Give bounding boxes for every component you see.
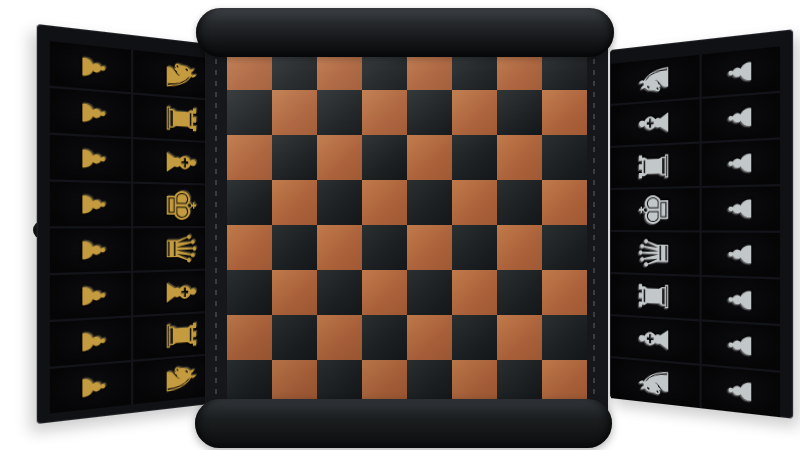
square-h3[interactable] [542, 270, 587, 315]
square-g5[interactable] [497, 180, 542, 225]
square-h5[interactable] [542, 180, 587, 225]
square-g6[interactable] [497, 135, 542, 180]
piece-slot: ♟ [700, 186, 780, 230]
top-rolled-edge [196, 8, 614, 57]
silver-pawn[interactable]: ♟ [725, 241, 756, 269]
square-a6[interactable] [227, 135, 272, 180]
square-f4[interactable] [452, 225, 497, 270]
square-e6[interactable] [407, 135, 452, 180]
silver-bishop[interactable]: ♝ [634, 320, 674, 360]
tray-row: ♛♟ [611, 232, 780, 280]
square-f2[interactable] [452, 315, 497, 360]
silver-pawn[interactable]: ♟ [725, 286, 756, 315]
chess-set-photo: ♟♞♟♜♟♝♟♚♟♛♟♝♟♜♟♞ ♞♟♝♟♜♟♚♟♛♟♜♟♝♟♞♟ [0, 0, 800, 450]
square-d6[interactable] [362, 135, 407, 180]
gold-pawn[interactable]: ♟ [76, 236, 108, 264]
piece-slot: ♟ [50, 88, 131, 137]
gold-bishop[interactable]: ♝ [161, 143, 201, 182]
square-e4[interactable] [407, 225, 452, 270]
piece-slot: ♚ [611, 188, 700, 230]
square-d2[interactable] [362, 315, 407, 360]
square-a7[interactable] [227, 90, 272, 135]
piece-slot: ♟ [50, 135, 131, 182]
square-e2[interactable] [407, 315, 452, 360]
square-g2[interactable] [497, 315, 542, 360]
piece-slot: ♝ [611, 316, 700, 364]
silver-pawn[interactable]: ♟ [725, 103, 756, 132]
silver-pawn[interactable]: ♟ [725, 57, 756, 87]
piece-slot: ♟ [700, 277, 780, 324]
left-tray-velvet: ♟♞♟♜♟♝♟♚♟♛♟♝♟♜♟♞ [50, 41, 226, 407]
square-h4[interactable] [542, 225, 587, 270]
square-d7[interactable] [362, 90, 407, 135]
square-f6[interactable] [452, 135, 497, 180]
square-g3[interactable] [497, 270, 542, 315]
gold-rook[interactable]: ♜ [161, 316, 201, 356]
square-h6[interactable] [542, 135, 587, 180]
tray-row: ♟♚ [50, 182, 226, 229]
square-c6[interactable] [317, 135, 362, 180]
piece-slot: ♜ [611, 144, 700, 188]
piece-slot: ♟ [700, 232, 780, 277]
square-c3[interactable] [317, 270, 362, 315]
gold-pawn[interactable]: ♟ [76, 52, 108, 82]
chess-board [227, 45, 587, 405]
square-a3[interactable] [227, 270, 272, 315]
piece-slot: ♛ [611, 232, 700, 275]
gold-knight[interactable]: ♞ [161, 358, 201, 399]
piece-slot: ♟ [700, 140, 780, 186]
square-b6[interactable] [272, 135, 317, 180]
square-b4[interactable] [272, 225, 317, 270]
square-b2[interactable] [272, 315, 317, 360]
silver-queen[interactable]: ♛ [634, 234, 674, 272]
piece-slot: ♞ [611, 55, 700, 104]
gold-knight[interactable]: ♞ [161, 55, 201, 96]
square-f5[interactable] [452, 180, 497, 225]
gold-rook[interactable]: ♜ [161, 99, 201, 139]
gold-queen[interactable]: ♛ [161, 230, 201, 268]
square-e7[interactable] [407, 90, 452, 135]
tray-row: ♜♟ [611, 140, 780, 190]
gold-king[interactable]: ♚ [161, 187, 201, 224]
square-e5[interactable] [407, 180, 452, 225]
silver-pawn[interactable]: ♟ [725, 149, 756, 177]
piece-slot: ♟ [700, 321, 780, 370]
square-b3[interactable] [272, 270, 317, 315]
square-g4[interactable] [497, 225, 542, 270]
piece-slot: ♟ [50, 41, 131, 92]
silver-knight[interactable]: ♞ [634, 59, 674, 100]
gold-pawn[interactable]: ♟ [76, 98, 108, 127]
square-c5[interactable] [317, 180, 362, 225]
gold-pawn[interactable]: ♟ [76, 282, 108, 311]
square-h7[interactable] [542, 90, 587, 135]
right-piece-tray: ♞♟♝♟♜♟♚♟♛♟♜♟♝♟♞♟ [610, 29, 793, 418]
square-a2[interactable] [227, 315, 272, 360]
gold-pawn[interactable]: ♟ [76, 144, 108, 173]
silver-knight[interactable]: ♞ [634, 362, 674, 403]
silver-pawn[interactable]: ♟ [725, 331, 756, 361]
silver-rook[interactable]: ♜ [634, 147, 674, 185]
silver-rook[interactable]: ♜ [634, 277, 674, 316]
square-h2[interactable] [542, 315, 587, 360]
silver-bishop[interactable]: ♝ [634, 103, 674, 142]
square-f7[interactable] [452, 90, 497, 135]
piece-slot: ♝ [611, 99, 700, 146]
gold-bishop[interactable]: ♝ [161, 273, 201, 312]
piece-slot: ♜ [611, 274, 700, 319]
square-g7[interactable] [497, 90, 542, 135]
piece-slot: ♞ [611, 358, 700, 408]
gold-pawn[interactable]: ♟ [76, 372, 108, 402]
square-d5[interactable] [362, 180, 407, 225]
bottom-rolled-edge [195, 399, 612, 448]
piece-slot: ♟ [50, 182, 131, 227]
square-c7[interactable] [317, 90, 362, 135]
gold-pawn[interactable]: ♟ [76, 190, 108, 218]
silver-king[interactable]: ♚ [634, 191, 674, 228]
square-c2[interactable] [317, 315, 362, 360]
tray-row: ♟♛ [50, 228, 226, 275]
silver-pawn[interactable]: ♟ [725, 195, 756, 223]
gold-pawn[interactable]: ♟ [76, 327, 108, 357]
piece-slot: ♟ [700, 46, 780, 97]
piece-slot: ♟ [50, 362, 131, 413]
right-frame-stitching [593, 48, 595, 402]
right-tray-velvet: ♞♟♝♟♜♟♚♟♛♟♜♟♝♟♞♟ [611, 46, 780, 401]
tray-row: ♟♝ [50, 135, 226, 186]
square-c4[interactable] [317, 225, 362, 270]
piece-slot: ♟ [700, 93, 780, 141]
silver-pawn[interactable]: ♟ [725, 376, 756, 406]
square-f3[interactable] [452, 270, 497, 315]
square-b7[interactable] [272, 90, 317, 135]
square-a4[interactable] [227, 225, 272, 270]
piece-slot: ♟ [50, 228, 131, 273]
piece-slot: ♟ [50, 273, 131, 320]
left-frame-stitching [215, 48, 217, 402]
square-d3[interactable] [362, 270, 407, 315]
square-a5[interactable] [227, 180, 272, 225]
left-piece-tray: ♟♞♟♜♟♝♟♚♟♛♟♝♟♜♟♞ [37, 24, 227, 424]
piece-slot: ♟ [700, 366, 780, 417]
square-e3[interactable] [407, 270, 452, 315]
piece-slot: ♟ [50, 317, 131, 366]
square-d4[interactable] [362, 225, 407, 270]
tray-row: ♚♟ [611, 186, 780, 233]
square-b5[interactable] [272, 180, 317, 225]
